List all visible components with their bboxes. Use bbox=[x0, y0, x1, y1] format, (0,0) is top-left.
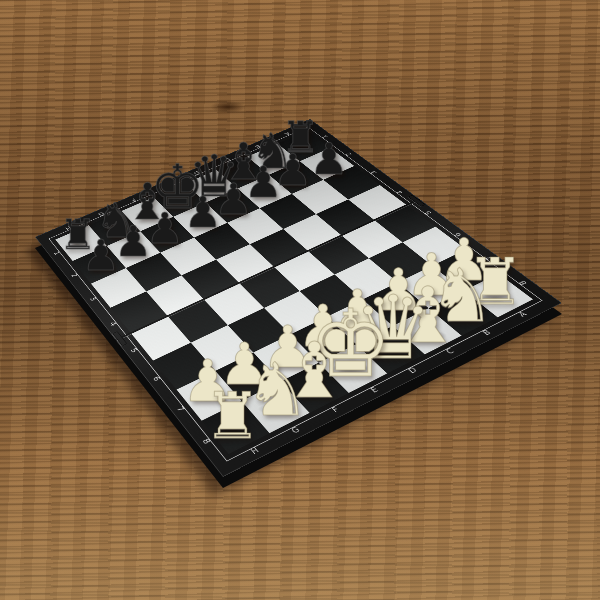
chess-piece: ♟ bbox=[184, 191, 222, 234]
chess-piece: ♟ bbox=[82, 235, 120, 277]
pieces-overlay: ♜♞♟♝♟♛♟♚♟♝♟♞♟♜♟♟♟♟♜♟♞♟♝♟♛♟♚♟♝♟♞♜ bbox=[0, 0, 600, 600]
wood-table-background: 1122334455667788AABBCCDDEEFFGGHH ♜♞♟♝♟♛♟… bbox=[0, 0, 600, 600]
chess-piece: ♜ bbox=[203, 384, 261, 448]
chess-piece: ♟ bbox=[309, 137, 348, 181]
